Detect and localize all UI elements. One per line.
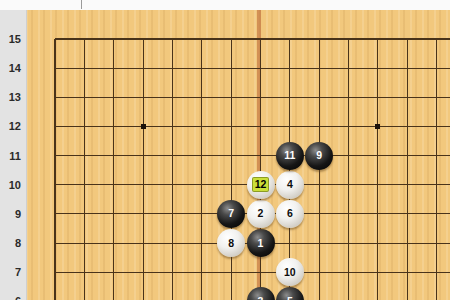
stone-move-number: 3 (258, 295, 264, 300)
grid-line-vertical (113, 39, 114, 300)
grid-line-vertical (407, 39, 408, 300)
stone-black-move-7[interactable]: 7 (217, 200, 245, 228)
stone-move-number: 9 (316, 149, 322, 162)
row-label-11: 11 (1, 149, 21, 163)
grid-line-vertical (348, 39, 349, 300)
grid-line-horizontal (55, 272, 450, 273)
row-label-10: 10 (1, 178, 21, 192)
row-label-14: 14 (1, 61, 21, 75)
grid-line-vertical (260, 39, 261, 300)
grid-line-vertical (231, 39, 232, 300)
stone-move-number: 11 (284, 149, 295, 162)
stone-white-move-4[interactable]: 4 (276, 171, 304, 199)
row-label-6: 6 (1, 294, 21, 300)
stone-white-move-2[interactable]: 2 (247, 200, 275, 228)
stone-white-move-12[interactable]: 12 (247, 171, 275, 199)
stone-move-number: 8 (228, 237, 234, 250)
stone-move-number: 4 (287, 178, 293, 191)
grid-line-vertical (84, 39, 85, 300)
row-label-13: 13 (1, 90, 21, 104)
stone-move-number: 12 (252, 177, 270, 192)
stone-black-move-11[interactable]: 11 (276, 142, 304, 170)
row-label-12: 12 (1, 119, 21, 133)
stone-white-move-8[interactable]: 8 (217, 229, 245, 257)
grid-line-horizontal (55, 126, 450, 127)
stone-black-move-5[interactable]: 5 (276, 287, 304, 300)
row-label-8: 8 (1, 236, 21, 250)
grid-line-vertical (436, 39, 437, 300)
stone-black-move-3[interactable]: 3 (247, 287, 275, 300)
grid-line-vertical (172, 39, 173, 300)
stone-move-number: 2 (258, 207, 264, 220)
stone-white-move-10[interactable]: 10 (276, 258, 304, 286)
stone-move-number: 5 (287, 295, 293, 300)
grid-line-vertical (143, 39, 144, 300)
star-point (375, 124, 380, 129)
row-label-7: 7 (1, 265, 21, 279)
window-top-strip (0, 0, 450, 10)
star-point (141, 124, 146, 129)
stone-move-number: 6 (287, 207, 293, 220)
grid-line-horizontal (55, 155, 450, 156)
grid-line-vertical (54, 39, 56, 300)
row-label-15: 15 (1, 32, 21, 46)
stone-black-move-1[interactable]: 1 (247, 229, 275, 257)
grid-line-vertical (377, 39, 378, 300)
game-board[interactable]: 123456789101112 (26, 10, 450, 300)
row-coordinate-gutter: 1514131211109876 (0, 0, 27, 300)
row-label-9: 9 (1, 207, 21, 221)
grid-line-horizontal (55, 68, 450, 69)
grid-line-horizontal (55, 97, 450, 98)
top-strip-tick (81, 0, 82, 9)
grid-line-horizontal (55, 38, 450, 40)
stone-move-number: 10 (284, 266, 296, 279)
gomoku-app-window: 1514131211109876 123456789101112 (0, 0, 450, 300)
stone-move-number: 7 (228, 207, 234, 220)
stone-black-move-9[interactable]: 9 (305, 142, 333, 170)
stone-white-move-6[interactable]: 6 (276, 200, 304, 228)
stone-move-number: 1 (258, 237, 264, 250)
grid-line-vertical (201, 39, 202, 300)
